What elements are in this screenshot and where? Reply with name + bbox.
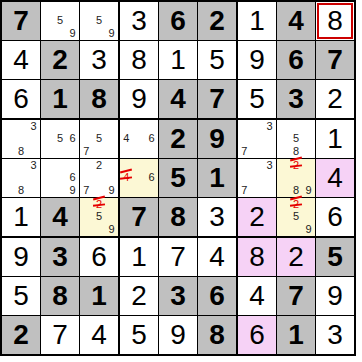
pencil-slot-5: 5 [54, 15, 67, 28]
given-digit: 8 [52, 282, 68, 310]
solved-digit: 6 [13, 85, 29, 113]
pencil-slot-9: 9 [302, 223, 315, 236]
cell-r5c1[interactable]: 38 [2, 159, 41, 198]
cell-r9c4[interactable]: 5 [120, 316, 159, 354]
pencil-slot-7 [80, 27, 93, 40]
pencil-slot-2: 2 [290, 159, 303, 172]
cell-r7c2[interactable]: 3 [41, 238, 80, 277]
pencil-marks: 56 [41, 120, 79, 158]
cell-r4c9[interactable]: 1 [316, 120, 354, 159]
pencil-slot-4 [2, 133, 15, 146]
pencil-slot-2 [54, 120, 67, 133]
pencil-slot-4: 4 [120, 172, 133, 185]
pencil-slot-6 [105, 172, 118, 185]
pencil-slot-3 [302, 198, 315, 211]
pencil-marks: 59 [80, 2, 118, 40]
candidate: 5 [96, 211, 102, 222]
pencil-marks: 37 [238, 120, 276, 158]
given-digit: 7 [13, 7, 29, 35]
given-digit: 2 [170, 125, 186, 153]
cell-r7c5[interactable]: 7 [159, 238, 198, 277]
candidate: 7 [83, 146, 89, 157]
pencil-slot-1 [41, 159, 54, 172]
cell-r5c6[interactable]: 1 [198, 159, 238, 198]
pencil-slot-5 [290, 172, 303, 185]
pencil-slot-6 [302, 172, 315, 185]
solved-digit: 4 [13, 46, 29, 74]
cell-r3c9[interactable]: 2 [316, 80, 354, 120]
given-digit: 3 [288, 85, 304, 113]
solved-digit: 5 [209, 46, 225, 74]
pencil-slot-9: 9 [66, 27, 79, 40]
pencil-slot-5: 5 [93, 211, 106, 224]
cell-r2c1[interactable]: 4 [2, 41, 41, 80]
pencil-marks: 38 [2, 159, 40, 197]
pencil-slot-1 [120, 120, 133, 133]
solved-digit: 5 [131, 321, 147, 349]
pencil-slot-3 [105, 198, 118, 211]
solved-digit: 5 [13, 282, 29, 310]
pencil-slot-7 [120, 145, 133, 158]
given-digit: 2 [52, 46, 68, 74]
pencil-slot-5 [251, 172, 264, 185]
pencil-slot-3: 3 [263, 159, 276, 172]
pencil-slot-1 [2, 120, 15, 133]
pencil-slot-7: 7 [238, 184, 251, 197]
pencil-slot-1 [41, 120, 54, 133]
cell-r6c9[interactable]: 6 [316, 198, 354, 238]
pencil-marks: 57 [80, 120, 118, 158]
given-digit: 2 [209, 7, 225, 35]
cell-r3c8[interactable]: 3 [277, 80, 316, 120]
pencil-slot-7: 7 [80, 145, 93, 158]
cell-r9c1[interactable]: 2 [2, 316, 41, 354]
pencil-slot-7 [41, 184, 54, 197]
solved-digit: 4 [91, 321, 107, 349]
pencil-marks: 289 [277, 159, 315, 197]
pencil-slot-2: 2 [93, 198, 106, 211]
pencil-slot-5: 5 [93, 15, 106, 28]
pencil-slot-6: 6 [145, 133, 158, 146]
cell-r5c2[interactable]: 69 [41, 159, 80, 198]
given-digit: 6 [288, 46, 304, 74]
solved-digit: 4 [327, 164, 343, 192]
solved-digit: 1 [13, 203, 29, 231]
cell-r6c1[interactable]: 1 [2, 198, 41, 238]
given-digit: 3 [170, 282, 186, 310]
pencil-slot-3 [105, 159, 118, 172]
candidate-struck: 4 [123, 172, 129, 183]
candidate: 6 [70, 133, 76, 144]
cell-r1c9[interactable]: 8 [316, 2, 354, 41]
pencil-slot-7 [120, 184, 133, 197]
candidate: 7 [83, 185, 89, 196]
cell-r8c3[interactable]: 1 [80, 277, 120, 316]
pencil-slot-9 [105, 145, 118, 158]
cell-r4c3[interactable]: 57 [80, 120, 120, 159]
given-digit: 3 [52, 243, 68, 271]
pencil-slot-6 [66, 15, 79, 28]
given-digit: 4 [170, 85, 186, 113]
solved-digit: 1 [170, 46, 186, 74]
pencil-slot-3 [145, 159, 158, 172]
candidate: 5 [96, 133, 102, 144]
pencil-slot-1 [80, 198, 93, 211]
pencil-slot-5: 5 [290, 133, 303, 146]
cell-r6c5[interactable]: 8 [159, 198, 198, 238]
candidate: 8 [293, 185, 299, 196]
given-digit: 6 [209, 282, 225, 310]
cell-r7c7[interactable]: 8 [238, 238, 277, 277]
pencil-slot-4 [41, 15, 54, 28]
pencil-slot-7 [277, 223, 290, 236]
pencil-slot-9 [66, 145, 79, 158]
pencil-slot-1 [80, 2, 93, 15]
cell-r6c7[interactable]: 2 [238, 198, 277, 238]
pencil-slot-8 [54, 27, 67, 40]
pencil-slot-3 [66, 159, 79, 172]
cell-r7c4[interactable]: 1 [120, 238, 159, 277]
pencil-slot-4 [80, 133, 93, 146]
pencil-slot-5 [54, 172, 67, 185]
pencil-slot-2 [93, 120, 106, 133]
solved-digit: 1 [131, 243, 147, 271]
candidate: 5 [293, 211, 299, 222]
cell-r3c5[interactable]: 4 [159, 80, 198, 120]
pencil-slot-2 [133, 120, 146, 133]
pencil-slot-7 [41, 145, 54, 158]
cell-r3c3[interactable]: 8 [80, 80, 120, 120]
pencil-slot-7: 7 [238, 145, 251, 158]
cell-r5c9[interactable]: 4 [316, 159, 354, 198]
cell-r1c4[interactable]: 3 [120, 2, 159, 41]
pencil-slot-5: 5 [54, 133, 67, 146]
candidate: 9 [70, 185, 76, 196]
cell-r1c8[interactable]: 4 [277, 2, 316, 41]
cell-r9c3[interactable]: 4 [80, 316, 120, 354]
pencil-slot-5 [15, 172, 28, 185]
pencil-slot-7 [2, 145, 15, 158]
pencil-slot-6 [105, 211, 118, 224]
pencil-slot-6 [302, 133, 315, 146]
pencil-slot-9 [145, 145, 158, 158]
cell-r9c2[interactable]: 7 [41, 316, 80, 354]
cell-r1c1[interactable]: 7 [2, 2, 41, 41]
cell-r8c9[interactable]: 9 [316, 277, 354, 316]
solved-digit: 8 [249, 243, 265, 271]
cell-r1c6[interactable]: 2 [198, 2, 238, 41]
cell-r1c7[interactable]: 1 [238, 2, 277, 41]
pencil-marks: 69 [41, 159, 79, 197]
given-digit: 8 [91, 85, 107, 113]
cell-r2c7[interactable]: 9 [238, 41, 277, 80]
solved-digit: 7 [170, 243, 186, 271]
cell-r6c4[interactable]: 7 [120, 198, 159, 238]
pencil-slot-8 [133, 145, 146, 158]
pencil-slot-7 [41, 27, 54, 40]
pencil-slot-1 [238, 120, 251, 133]
given-digit: 7 [209, 85, 225, 113]
given-digit: 5 [327, 243, 343, 271]
pencil-slot-4 [41, 133, 54, 146]
pencil-slot-9 [27, 184, 40, 197]
cell-r4c7[interactable]: 37 [238, 120, 277, 159]
pencil-slot-6 [27, 133, 40, 146]
given-digit: 8 [170, 203, 186, 231]
cell-r6c3[interactable]: 259 [80, 198, 120, 238]
pencil-slot-6 [263, 133, 276, 146]
given-digit: 1 [52, 85, 68, 113]
cell-r5c8[interactable]: 289 [277, 159, 316, 198]
pencil-slot-9 [263, 184, 276, 197]
given-digit: 7 [131, 203, 147, 231]
candidate: 7 [241, 185, 247, 196]
pencil-slot-8 [251, 145, 264, 158]
cell-r4c8[interactable]: 58 [277, 120, 316, 159]
solved-digit: 3 [131, 7, 147, 35]
pencil-slot-8: 8 [15, 145, 28, 158]
pencil-slot-2 [54, 2, 67, 15]
cell-r9c8[interactable]: 1 [277, 316, 316, 354]
pencil-slot-1 [41, 2, 54, 15]
cell-r2c3[interactable]: 3 [80, 41, 120, 80]
candidate-struck: 2 [293, 199, 299, 210]
pencil-slot-5 [251, 133, 264, 146]
pencil-slot-5: 5 [93, 133, 106, 146]
solved-digit: 4 [209, 243, 225, 271]
solved-digit: 3 [209, 203, 225, 231]
pencil-slot-5 [15, 133, 28, 146]
candidate: 9 [306, 224, 312, 235]
solved-digit: 2 [327, 85, 343, 113]
cell-r1c5[interactable]: 6 [159, 2, 198, 41]
cell-r9c9[interactable]: 3 [316, 316, 354, 354]
solved-digit: 7 [52, 321, 68, 349]
pencil-slot-2 [133, 159, 146, 172]
candidate: 8 [293, 146, 299, 157]
pencil-slot-2: 2 [93, 159, 106, 172]
pencil-slot-4 [238, 172, 251, 185]
cell-r8c6[interactable]: 6 [198, 277, 238, 316]
pencil-slot-3: 3 [27, 159, 40, 172]
pencil-slot-6 [302, 211, 315, 224]
candidate: 9 [70, 28, 76, 39]
sudoku-board: 7595936214842381596761894753238565746293… [0, 0, 356, 356]
cell-r2c9[interactable]: 7 [316, 41, 354, 80]
pencil-slot-9 [263, 145, 276, 158]
pencil-marks: 279 [80, 159, 118, 197]
candidate: 6 [149, 133, 155, 144]
cell-r5c5[interactable]: 5 [159, 159, 198, 198]
pencil-slot-3 [145, 120, 158, 133]
cell-r8c1[interactable]: 5 [2, 277, 41, 316]
pencil-slot-5 [133, 172, 146, 185]
candidate: 5 [57, 15, 63, 26]
pencil-slot-8: 8 [15, 184, 28, 197]
pencil-slot-7 [80, 223, 93, 236]
solved-digit: 9 [327, 282, 343, 310]
candidate: 3 [267, 121, 273, 132]
pencil-marks: 59 [41, 2, 79, 40]
pencil-slot-4 [277, 172, 290, 185]
solved-digit: 6 [91, 243, 107, 271]
pencil-slot-3 [105, 2, 118, 15]
pencil-slot-8 [251, 184, 264, 197]
cell-r8c2[interactable]: 8 [41, 277, 80, 316]
pencil-slot-2 [54, 159, 67, 172]
pencil-marks: 46 [120, 159, 158, 197]
pencil-slot-4: 4 [120, 133, 133, 146]
cell-r7c1[interactable]: 9 [2, 238, 41, 277]
cell-r9c7[interactable]: 6 [238, 316, 277, 354]
given-digit: 7 [288, 282, 304, 310]
cell-r4c1[interactable]: 38 [2, 120, 41, 159]
solved-digit: 9 [131, 85, 147, 113]
pencil-slot-3 [105, 120, 118, 133]
given-digit: 9 [209, 125, 225, 153]
cell-r7c3[interactable]: 6 [80, 238, 120, 277]
pencil-slot-9: 9 [105, 27, 118, 40]
pencil-slot-9: 9 [105, 223, 118, 236]
given-digit: 1 [209, 164, 225, 192]
pencil-slot-3: 3 [27, 120, 40, 133]
pencil-slot-4 [238, 133, 251, 146]
cell-r3c7[interactable]: 5 [238, 80, 277, 120]
pencil-slot-9: 9 [105, 184, 118, 197]
cell-r2c2[interactable]: 2 [41, 41, 80, 80]
cell-r6c6[interactable]: 3 [198, 198, 238, 238]
pencil-slot-5 [133, 133, 146, 146]
cell-r4c4[interactable]: 46 [120, 120, 159, 159]
pencil-marks: 259 [277, 198, 315, 236]
cell-r5c4[interactable]: 46 [120, 159, 159, 198]
given-digit: 4 [288, 7, 304, 35]
pencil-slot-6: 6 [145, 172, 158, 185]
pencil-slot-8 [290, 223, 303, 236]
given-digit: 2 [13, 321, 29, 349]
pencil-marks: 37 [238, 159, 276, 197]
pencil-slot-9: 9 [66, 184, 79, 197]
cell-r4c6[interactable]: 9 [198, 120, 238, 159]
cell-r1c2[interactable]: 59 [41, 2, 80, 41]
solved-digit: 5 [249, 85, 265, 113]
pencil-marks: 58 [277, 120, 315, 158]
pencil-slot-4 [277, 133, 290, 146]
cell-r8c5[interactable]: 3 [159, 277, 198, 316]
pencil-slot-6 [263, 172, 276, 185]
candidate: 5 [57, 133, 63, 144]
cell-r5c7[interactable]: 37 [238, 159, 277, 198]
given-digit: 5 [170, 164, 186, 192]
pencil-slot-6 [27, 172, 40, 185]
cell-r8c7[interactable]: 4 [238, 277, 277, 316]
candidate: 3 [31, 121, 37, 132]
pencil-slot-3 [302, 159, 315, 172]
pencil-slot-2: 2 [290, 198, 303, 211]
candidate-struck: 2 [293, 160, 299, 171]
candidate: 5 [293, 133, 299, 144]
pencil-slot-1 [2, 159, 15, 172]
pencil-slot-1 [238, 159, 251, 172]
cell-r1c3[interactable]: 59 [80, 2, 120, 41]
candidate: 9 [306, 185, 312, 196]
cell-r4c2[interactable]: 56 [41, 120, 80, 159]
pencil-slot-2 [290, 120, 303, 133]
pencil-slot-5 [93, 172, 106, 185]
solved-digit: 6 [249, 321, 265, 349]
pencil-slot-4 [277, 211, 290, 224]
cell-r9c5[interactable]: 9 [159, 316, 198, 354]
candidate: 5 [96, 15, 102, 26]
cell-r7c8[interactable]: 2 [277, 238, 316, 277]
pencil-slot-1 [80, 159, 93, 172]
pencil-slot-9: 9 [302, 184, 315, 197]
solved-digit: 9 [170, 321, 186, 349]
cell-r3c2[interactable]: 1 [41, 80, 80, 120]
pencil-slot-7 [2, 184, 15, 197]
solved-digit: 6 [327, 203, 343, 231]
cell-r3c6[interactable]: 7 [198, 80, 238, 120]
pencil-slot-1 [277, 120, 290, 133]
cell-r7c9[interactable]: 5 [316, 238, 354, 277]
solved-digit: 9 [13, 243, 29, 271]
pencil-slot-1 [277, 198, 290, 211]
pencil-slot-1 [80, 120, 93, 133]
cell-r7c6[interactable]: 4 [198, 238, 238, 277]
cell-r3c4[interactable]: 9 [120, 80, 159, 120]
candidate: 9 [109, 28, 115, 39]
pencil-slot-9 [145, 184, 158, 197]
pencil-slot-8 [93, 223, 106, 236]
candidate: 8 [18, 146, 24, 157]
pencil-slot-2 [93, 2, 106, 15]
pencil-slot-3: 3 [263, 120, 276, 133]
cell-r5c3[interactable]: 279 [80, 159, 120, 198]
pencil-slot-9 [302, 145, 315, 158]
given-digit: 7 [327, 46, 343, 74]
cell-r4c5[interactable]: 2 [159, 120, 198, 159]
solved-digit: 3 [327, 321, 343, 349]
pencil-slot-3 [66, 2, 79, 15]
pencil-slot-7 [277, 145, 290, 158]
cell-r2c6[interactable]: 5 [198, 41, 238, 80]
pencil-slot-6 [105, 133, 118, 146]
cell-r6c8[interactable]: 259 [277, 198, 316, 238]
cell-r6c2[interactable]: 4 [41, 198, 80, 238]
solved-digit: 1 [249, 7, 265, 35]
cell-r9c6[interactable]: 8 [198, 316, 238, 354]
solved-digit: 2 [288, 243, 304, 271]
cell-r2c5[interactable]: 1 [159, 41, 198, 80]
cell-r8c8[interactable]: 7 [277, 277, 316, 316]
pencil-slot-9 [27, 145, 40, 158]
candidate: 2 [96, 160, 102, 171]
candidate: 8 [18, 185, 24, 196]
pencil-slot-4 [80, 172, 93, 185]
solved-digit: 8 [131, 46, 147, 74]
pencil-marks: 259 [80, 198, 118, 236]
solved-digit: 8 [327, 7, 343, 35]
cell-r2c4[interactable]: 8 [120, 41, 159, 80]
pencil-slot-2 [251, 159, 264, 172]
cell-r3c1[interactable]: 6 [2, 80, 41, 120]
given-digit: 1 [91, 282, 107, 310]
cell-r2c8[interactable]: 6 [277, 41, 316, 80]
solved-digit: 2 [131, 282, 147, 310]
pencil-slot-6: 6 [66, 172, 79, 185]
cell-r8c4[interactable]: 2 [120, 277, 159, 316]
pencil-slot-4 [41, 172, 54, 185]
